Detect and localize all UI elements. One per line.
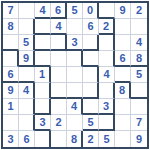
cell-r1c2[interactable]	[19, 3, 35, 19]
cell-r4c6[interactable]	[83, 51, 99, 67]
cell-r7c3[interactable]	[35, 99, 51, 115]
cell-r6c1[interactable]: 9	[3, 83, 19, 99]
cell-r2c7[interactable]: 2	[99, 19, 115, 35]
cell-r7c9[interactable]	[131, 99, 147, 115]
cell-r4c2[interactable]: 9	[19, 51, 35, 67]
cell-r2c8[interactable]	[115, 19, 131, 35]
cell-r8c9[interactable]: 7	[131, 115, 147, 131]
cell-r2c9[interactable]	[131, 19, 147, 35]
cell-r4c4[interactable]	[51, 51, 67, 67]
cell-r4c9[interactable]: 8	[131, 51, 147, 67]
cell-r8c4[interactable]: 2	[51, 115, 67, 131]
jigsaw-sudoku-page: 7465092846253496861459481433257368259	[0, 0, 150, 150]
cell-r3c1[interactable]	[3, 35, 19, 51]
cell-r8c2[interactable]	[19, 115, 35, 131]
cell-r2c2[interactable]	[19, 19, 35, 35]
cell-r7c6[interactable]	[83, 99, 99, 115]
cell-r5c9[interactable]: 5	[131, 67, 147, 83]
cell-r7c1[interactable]: 1	[3, 99, 19, 115]
cell-r5c4[interactable]	[51, 67, 67, 83]
cell-r3c2[interactable]: 5	[19, 35, 35, 51]
cell-r5c2[interactable]	[19, 67, 35, 83]
cell-r2c1[interactable]: 8	[3, 19, 19, 35]
cell-r3c6[interactable]	[83, 35, 99, 51]
cell-r5c8[interactable]	[115, 67, 131, 83]
cell-r9c6[interactable]: 2	[83, 131, 99, 147]
cell-r1c4[interactable]: 6	[51, 3, 67, 19]
cell-r5c5[interactable]	[67, 67, 83, 83]
cell-r9c4[interactable]	[51, 131, 67, 147]
cell-r5c6[interactable]	[83, 67, 99, 83]
cell-r4c1[interactable]	[3, 51, 19, 67]
cell-r6c3[interactable]	[35, 83, 51, 99]
cell-r5c3[interactable]: 1	[35, 67, 51, 83]
cell-r2c6[interactable]: 6	[83, 19, 99, 35]
cell-r1c6[interactable]: 0	[83, 3, 99, 19]
cell-r3c9[interactable]: 4	[131, 35, 147, 51]
cell-r9c9[interactable]: 9	[131, 131, 147, 147]
cell-r8c5[interactable]	[67, 115, 83, 131]
cell-r7c5[interactable]: 4	[67, 99, 83, 115]
cell-r4c7[interactable]	[99, 51, 115, 67]
cell-r4c8[interactable]: 6	[115, 51, 131, 67]
cell-r1c3[interactable]: 4	[35, 3, 51, 19]
cell-r6c2[interactable]: 4	[19, 83, 35, 99]
cell-r7c4[interactable]	[51, 99, 67, 115]
cell-r9c7[interactable]: 5	[99, 131, 115, 147]
cell-r9c8[interactable]	[115, 131, 131, 147]
cell-r6c4[interactable]	[51, 83, 67, 99]
cell-r3c3[interactable]	[35, 35, 51, 51]
cell-r8c8[interactable]	[115, 115, 131, 131]
cell-r3c7[interactable]	[99, 35, 115, 51]
cell-r8c6[interactable]: 5	[83, 115, 99, 131]
cell-r8c7[interactable]	[99, 115, 115, 131]
cell-r6c7[interactable]	[99, 83, 115, 99]
cell-r4c5[interactable]	[67, 51, 83, 67]
cell-r5c7[interactable]: 4	[99, 67, 115, 83]
cell-r2c4[interactable]: 4	[51, 19, 67, 35]
cell-r5c1[interactable]: 6	[3, 67, 19, 83]
cell-r3c4[interactable]	[51, 35, 67, 51]
cell-r3c8[interactable]	[115, 35, 131, 51]
cell-r7c8[interactable]	[115, 99, 131, 115]
cell-r9c5[interactable]: 8	[67, 131, 83, 147]
cell-r6c6[interactable]	[83, 83, 99, 99]
cell-r9c3[interactable]	[35, 131, 51, 147]
cell-r9c2[interactable]: 6	[19, 131, 35, 147]
cell-r6c5[interactable]	[67, 83, 83, 99]
cell-r2c3[interactable]	[35, 19, 51, 35]
cell-r7c7[interactable]: 3	[99, 99, 115, 115]
cell-r6c8[interactable]: 8	[115, 83, 131, 99]
cell-r1c5[interactable]: 5	[67, 3, 83, 19]
cell-r8c3[interactable]: 3	[35, 115, 51, 131]
cell-r7c2[interactable]	[19, 99, 35, 115]
cell-r8c1[interactable]	[3, 115, 19, 131]
cell-r2c5[interactable]	[67, 19, 83, 35]
cell-r1c1[interactable]: 7	[3, 3, 19, 19]
cell-r1c7[interactable]	[99, 3, 115, 19]
sudoku-board: 7465092846253496861459481433257368259	[1, 1, 149, 149]
cell-r3c5[interactable]: 3	[67, 35, 83, 51]
cell-r9c1[interactable]: 3	[3, 131, 19, 147]
cell-r6c9[interactable]	[131, 83, 147, 99]
cell-r4c3[interactable]	[35, 51, 51, 67]
cell-r1c8[interactable]: 9	[115, 3, 131, 19]
cell-r1c9[interactable]: 2	[131, 3, 147, 19]
